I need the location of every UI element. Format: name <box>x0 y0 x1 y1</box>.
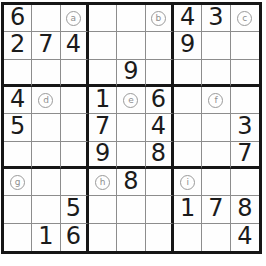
cell-r7c6[interactable] <box>146 169 174 196</box>
cell-r3c5[interactable]: 9 <box>117 60 145 87</box>
cell-r1c8[interactable]: 3 <box>202 5 230 32</box>
cell-r7c5[interactable]: 8 <box>117 169 145 196</box>
cell-r2c5[interactable] <box>117 32 145 59</box>
cell-r3c3[interactable] <box>61 60 89 87</box>
cell-r1c1[interactable]: 6 <box>4 5 32 32</box>
cell-r4c5[interactable]: e <box>117 87 145 114</box>
cell-r6c3[interactable] <box>61 142 89 169</box>
given-digit: 2 <box>10 32 25 56</box>
given-digit: 6 <box>151 87 166 111</box>
given-digit: 9 <box>95 141 110 165</box>
cell-r5c3[interactable] <box>61 114 89 141</box>
given-digit: 4 <box>66 32 81 56</box>
cell-r9c4[interactable] <box>89 224 117 251</box>
cell-r5c7[interactable] <box>174 114 202 141</box>
cell-r4c7[interactable] <box>174 87 202 114</box>
cell-r9c8[interactable] <box>202 224 230 251</box>
cell-r8c7[interactable]: 1 <box>174 196 202 223</box>
box-label-f: f <box>208 93 223 108</box>
cell-r6c4[interactable]: 9 <box>89 142 117 169</box>
box-label-g: g <box>10 175 25 190</box>
cell-r8c2[interactable] <box>32 196 60 223</box>
given-digit: 9 <box>180 32 195 56</box>
cell-r5c6[interactable]: 4 <box>146 114 174 141</box>
cell-r1c6[interactable]: b <box>146 5 174 32</box>
box-label-c: c <box>237 11 252 26</box>
cell-r2c3[interactable]: 4 <box>61 32 89 59</box>
cell-r3c7[interactable] <box>174 60 202 87</box>
cell-r2c4[interactable] <box>89 32 117 59</box>
cell-r9c6[interactable] <box>146 224 174 251</box>
cell-r8c1[interactable] <box>4 196 32 223</box>
cell-r9c1[interactable] <box>4 224 32 251</box>
cell-r5c5[interactable] <box>117 114 145 141</box>
box-label-d: d <box>38 93 53 108</box>
cell-r8c5[interactable] <box>117 196 145 223</box>
cell-r7c7[interactable]: i <box>174 169 202 196</box>
box-label-i: i <box>180 175 195 190</box>
given-digit: 4 <box>10 87 25 111</box>
cell-r1c7[interactable]: 4 <box>174 5 202 32</box>
given-digit: 7 <box>95 114 110 138</box>
cell-r7c2[interactable] <box>32 169 60 196</box>
cell-r2c8[interactable] <box>202 32 230 59</box>
cell-r1c2[interactable] <box>32 5 60 32</box>
cell-r1c3[interactable]: a <box>61 5 89 32</box>
given-digit: 3 <box>208 5 223 29</box>
cell-r2c1[interactable]: 2 <box>4 32 32 59</box>
cell-r8c9[interactable]: 8 <box>231 196 259 223</box>
cell-r4c3[interactable] <box>61 87 89 114</box>
given-digit: 8 <box>123 169 138 193</box>
cell-r7c1[interactable]: g <box>4 169 32 196</box>
cell-r6c1[interactable] <box>4 142 32 169</box>
cell-r2c6[interactable] <box>146 32 174 59</box>
cell-r7c9[interactable] <box>231 169 259 196</box>
cell-r9c9[interactable]: 4 <box>231 224 259 251</box>
cell-r4c8[interactable]: f <box>202 87 230 114</box>
cell-r9c3[interactable]: 6 <box>61 224 89 251</box>
cell-r4c1[interactable]: 4 <box>4 87 32 114</box>
cell-r1c9[interactable]: c <box>231 5 259 32</box>
cell-r8c6[interactable] <box>146 196 174 223</box>
cell-r3c9[interactable] <box>231 60 259 87</box>
given-digit: 3 <box>237 114 252 138</box>
given-digit: 8 <box>151 141 166 165</box>
cell-r7c3[interactable] <box>61 169 89 196</box>
given-digit: 4 <box>151 114 166 138</box>
cell-r3c1[interactable] <box>4 60 32 87</box>
cell-r6c5[interactable] <box>117 142 145 169</box>
cell-r6c2[interactable] <box>32 142 60 169</box>
cell-r9c2[interactable]: 1 <box>32 224 60 251</box>
cell-r9c7[interactable] <box>174 224 202 251</box>
box-label-e: e <box>123 93 138 108</box>
cell-r1c4[interactable] <box>89 5 117 32</box>
given-digit: 8 <box>237 196 252 220</box>
box-label-b: b <box>151 11 166 26</box>
cell-r5c9[interactable]: 3 <box>231 114 259 141</box>
sudoku-board: 6ab43c274994d1e6f5743987gh8i5178164 <box>1 2 262 254</box>
given-digit: 7 <box>38 32 53 56</box>
given-digit: 5 <box>66 196 81 220</box>
cell-r6c8[interactable] <box>202 142 230 169</box>
given-digit: 4 <box>237 224 252 248</box>
cell-r4c6[interactable]: 6 <box>146 87 174 114</box>
given-digit: 9 <box>123 59 138 83</box>
cell-r9c5[interactable] <box>117 224 145 251</box>
cell-r4c9[interactable] <box>231 87 259 114</box>
cell-r5c4[interactable]: 7 <box>89 114 117 141</box>
cell-r7c8[interactable] <box>202 169 230 196</box>
cell-r7c4[interactable]: h <box>89 169 117 196</box>
given-digit: 4 <box>180 5 195 29</box>
given-digit: 1 <box>180 196 195 220</box>
cell-r3c2[interactable] <box>32 60 60 87</box>
box-label-a: a <box>66 11 81 26</box>
cell-r8c4[interactable] <box>89 196 117 223</box>
box-label-h: h <box>95 175 110 190</box>
cell-r2c9[interactable] <box>231 32 259 59</box>
cell-r8c3[interactable]: 5 <box>61 196 89 223</box>
cell-r5c2[interactable] <box>32 114 60 141</box>
cell-r3c6[interactable] <box>146 60 174 87</box>
cell-r6c7[interactable] <box>174 142 202 169</box>
given-digit: 5 <box>10 114 25 138</box>
cell-r2c7[interactable]: 9 <box>174 32 202 59</box>
given-digit: 6 <box>10 5 25 29</box>
cell-r6c9[interactable]: 7 <box>231 142 259 169</box>
cell-r3c4[interactable] <box>89 60 117 87</box>
cell-r1c5[interactable] <box>117 5 145 32</box>
given-digit: 1 <box>95 87 110 111</box>
cell-r4c2[interactable]: d <box>32 87 60 114</box>
given-digit: 1 <box>38 224 53 248</box>
cell-r5c8[interactable] <box>202 114 230 141</box>
cell-r6c6[interactable]: 8 <box>146 142 174 169</box>
cell-r4c4[interactable]: 1 <box>89 87 117 114</box>
cell-r3c8[interactable] <box>202 60 230 87</box>
given-digit: 7 <box>237 141 252 165</box>
given-digit: 6 <box>66 224 81 248</box>
cell-r2c2[interactable]: 7 <box>32 32 60 59</box>
given-digit: 7 <box>208 196 223 220</box>
cell-r8c8[interactable]: 7 <box>202 196 230 223</box>
cell-r5c1[interactable]: 5 <box>4 114 32 141</box>
